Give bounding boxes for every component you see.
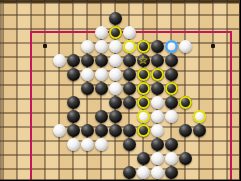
stone-white (81, 138, 94, 151)
stone-black (123, 96, 136, 109)
stone-white (123, 26, 136, 39)
stone-white (95, 68, 108, 81)
star-point (43, 44, 47, 48)
star-point (211, 44, 215, 48)
stone-white (151, 110, 164, 123)
stone-black (67, 124, 80, 137)
stone-black (123, 54, 136, 67)
stone-black (137, 68, 150, 81)
stone-white (81, 40, 94, 53)
stone-white (151, 124, 164, 137)
stone-black (123, 124, 136, 137)
stone-black (165, 54, 178, 67)
stone-black (193, 124, 206, 137)
stone-black (123, 166, 136, 179)
stone-black (165, 138, 178, 151)
stone-white (165, 110, 178, 123)
stone-black (151, 68, 164, 81)
stone-black (95, 124, 108, 137)
stone-white (95, 138, 108, 151)
stone-black (165, 68, 178, 81)
stone-white (109, 68, 122, 81)
stone-white (179, 40, 192, 53)
stone-white (81, 68, 94, 81)
stone-black: ☆ (137, 54, 150, 67)
stone-white (151, 166, 164, 179)
stone-white (137, 166, 150, 179)
stone-black (151, 82, 164, 95)
stone-black (81, 54, 94, 67)
stone-black (95, 54, 108, 67)
stone-white (109, 82, 122, 95)
stone-black (109, 96, 122, 109)
stone-black (165, 166, 178, 179)
stone-black (67, 68, 80, 81)
stone-black (81, 124, 94, 137)
stone-black (109, 26, 122, 39)
stone-white (165, 152, 178, 165)
stone-black (95, 82, 108, 95)
stone-white (137, 110, 150, 123)
stone-black (137, 124, 150, 137)
stone-white (53, 54, 66, 67)
stone-white (95, 26, 108, 39)
stone-black (151, 54, 164, 67)
stone-black (109, 12, 122, 25)
stone-black (67, 54, 80, 67)
stone-black (95, 110, 108, 123)
stone-black (179, 152, 192, 165)
stone-black (137, 82, 150, 95)
board-right-edge (239, 0, 241, 180)
stone-black (109, 110, 122, 123)
stone-white (151, 152, 164, 165)
stone-white (123, 40, 136, 53)
stone-black (137, 152, 150, 165)
goban-board[interactable]: ☆ (0, 0, 240, 180)
stone-white (151, 96, 164, 109)
stone-black (179, 96, 192, 109)
stone-white (165, 40, 178, 53)
stone-white (95, 40, 108, 53)
stone-black (151, 138, 164, 151)
star-marker-icon: ☆ (137, 54, 150, 67)
stone-black (123, 138, 136, 151)
board-bottom-edge (0, 179, 240, 181)
stone-black (67, 110, 80, 123)
stone-black (137, 96, 150, 109)
stone-black (123, 82, 136, 95)
stone-black (165, 96, 178, 109)
stone-white (109, 40, 122, 53)
stone-black (151, 40, 164, 53)
stone-black (109, 124, 122, 137)
stone-white (193, 110, 206, 123)
stone-white (53, 124, 66, 137)
stone-black (137, 40, 150, 53)
stone-black (179, 124, 192, 137)
stone-black (165, 82, 178, 95)
board-top-edge (0, 0, 240, 2)
stone-black (123, 68, 136, 81)
stone-black (67, 96, 80, 109)
stone-black (81, 82, 94, 95)
stone-white (67, 138, 80, 151)
stone-white (109, 54, 122, 67)
